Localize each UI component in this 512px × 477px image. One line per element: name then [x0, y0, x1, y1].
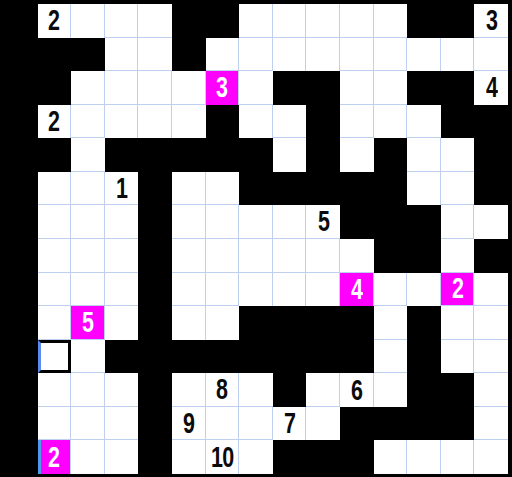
- black-cell-r10c9: [306, 340, 340, 374]
- cell-r3c11[interactable]: [374, 105, 408, 139]
- cell-r0c3[interactable]: [105, 4, 139, 38]
- cell-r1c4[interactable]: [138, 38, 172, 72]
- cell-r8c2[interactable]: [71, 273, 105, 307]
- cell-r13c3[interactable]: [105, 440, 139, 474]
- cell-r8c12[interactable]: [407, 273, 441, 307]
- cell-r13c5[interactable]: [172, 440, 206, 474]
- cell-r12c6[interactable]: [206, 407, 240, 441]
- black-cell-r0c0: [4, 4, 38, 38]
- black-cell-r9c12: [407, 306, 441, 340]
- cell-r10c13[interactable]: [441, 340, 475, 374]
- puzzle-grid: 23342154258697210: [4, 4, 508, 474]
- clue-number: 5: [318, 207, 329, 236]
- clue-number: 2: [48, 443, 59, 472]
- black-cell-r5c7: [239, 172, 273, 206]
- black-cell-r4c6: [206, 138, 240, 172]
- cell-r7c1[interactable]: [38, 239, 72, 273]
- black-cell-r11c0: [4, 373, 38, 407]
- black-cell-r3c9: [306, 105, 340, 139]
- black-cell-r2c0: [4, 71, 38, 105]
- black-cell-r5c11: [374, 172, 408, 206]
- cell-r6c5[interactable]: [172, 205, 206, 239]
- cell-r12c7[interactable]: [239, 407, 273, 441]
- cell-r12c5[interactable]: 9: [172, 407, 206, 441]
- black-cell-r4c5: [172, 138, 206, 172]
- cell-r6c14[interactable]: [474, 205, 508, 239]
- black-cell-r8c0: [4, 273, 38, 307]
- cell-r7c13[interactable]: [441, 239, 475, 273]
- black-cell-r10c0: [4, 340, 38, 374]
- black-cell-r4c14: [474, 138, 508, 172]
- cell-r10c14[interactable]: [474, 340, 508, 374]
- cell-r8c14[interactable]: [474, 273, 508, 307]
- cell-r11c3[interactable]: [105, 373, 139, 407]
- cell-r6c9[interactable]: 5: [306, 205, 340, 239]
- cell-r12c9[interactable]: [306, 407, 340, 441]
- cell-r3c8[interactable]: [273, 105, 307, 139]
- black-cell-r2c12: [407, 71, 441, 105]
- cell-r12c8[interactable]: 7: [273, 407, 307, 441]
- black-cell-r12c0: [4, 407, 38, 441]
- cell-r8c3[interactable]: [105, 273, 139, 307]
- cell-r9c11[interactable]: [374, 306, 408, 340]
- cell-r7c8[interactable]: [273, 239, 307, 273]
- cell-r13c11[interactable]: [374, 440, 408, 474]
- cell-r13c6[interactable]: 10: [206, 440, 240, 474]
- cell-r7c3[interactable]: [105, 239, 139, 273]
- cell-r10c11[interactable]: [374, 340, 408, 374]
- cell-r3c7[interactable]: [239, 105, 273, 139]
- cell-r2c3[interactable]: [105, 71, 139, 105]
- cell-r8c9[interactable]: [306, 273, 340, 307]
- cell-r6c7[interactable]: [239, 205, 273, 239]
- black-cell-r10c12: [407, 340, 441, 374]
- black-cell-r13c9: [306, 440, 340, 474]
- black-cell-r11c4: [138, 373, 172, 407]
- cell-r5c2[interactable]: [71, 172, 105, 206]
- cell-r3c5[interactable]: [172, 105, 206, 139]
- black-cell-r9c8: [273, 306, 307, 340]
- cell-r4c8[interactable]: [273, 138, 307, 172]
- black-cell-r12c11: [374, 407, 408, 441]
- cell-r8c6[interactable]: [206, 273, 240, 307]
- black-cell-r5c10: [340, 172, 374, 206]
- cell-r0c9[interactable]: [306, 4, 340, 38]
- clue-number: 9: [183, 409, 194, 438]
- cell-r1c8[interactable]: [273, 38, 307, 72]
- clue-number: 7: [283, 409, 294, 438]
- clue-number: 3: [486, 6, 497, 35]
- cell-r10c2[interactable]: [71, 340, 105, 374]
- cell-r5c5[interactable]: [172, 172, 206, 206]
- highlighted-cell-r8c13[interactable]: 2: [441, 273, 475, 307]
- cell-r13c13[interactable]: [441, 440, 475, 474]
- cell-r13c14[interactable]: [474, 440, 508, 474]
- cell-r4c12[interactable]: [407, 138, 441, 172]
- black-cell-r4c9: [306, 138, 340, 172]
- black-cell-r10c6: [206, 340, 240, 374]
- highlighted-cell-r9c2[interactable]: 5: [71, 306, 105, 340]
- cell-r4c10[interactable]: [340, 138, 374, 172]
- clue-number: 2: [48, 107, 59, 136]
- cell-r11c11[interactable]: [374, 373, 408, 407]
- cell-r3c2[interactable]: [71, 105, 105, 139]
- black-cell-r0c5: [172, 4, 206, 38]
- cell-r3c4[interactable]: [138, 105, 172, 139]
- black-cell-r2c8: [273, 71, 307, 105]
- highlighted-cell-r8c10[interactable]: 4: [340, 273, 374, 307]
- black-cell-r7c11: [374, 239, 408, 273]
- black-cell-r11c12: [407, 373, 441, 407]
- cell-r0c11[interactable]: [374, 4, 408, 38]
- cell-r1c12[interactable]: [407, 38, 441, 72]
- black-cell-r4c3: [105, 138, 139, 172]
- black-cell-r4c11: [374, 138, 408, 172]
- black-cell-r13c10: [340, 440, 374, 474]
- black-cell-r5c8: [273, 172, 307, 206]
- clue-number: 3: [216, 73, 227, 102]
- cell-r9c5[interactable]: [172, 306, 206, 340]
- black-cell-r10c5: [172, 340, 206, 374]
- cell-r6c6[interactable]: [206, 205, 240, 239]
- black-cell-r2c13: [441, 71, 475, 105]
- black-cell-r3c13: [441, 105, 475, 139]
- black-cell-r1c5: [172, 38, 206, 72]
- cell-r5c12[interactable]: [407, 172, 441, 206]
- cell-r3c3[interactable]: [105, 105, 139, 139]
- cell-r7c10[interactable]: [340, 239, 374, 273]
- cell-r8c1[interactable]: [38, 273, 72, 307]
- cell-r6c8[interactable]: [273, 205, 307, 239]
- cell-r0c7[interactable]: [239, 4, 273, 38]
- black-cell-r6c4: [138, 205, 172, 239]
- cell-r2c14[interactable]: 4: [474, 71, 508, 105]
- cell-r2c10[interactable]: [340, 71, 374, 105]
- cell-r6c2[interactable]: [71, 205, 105, 239]
- clue-number: 8: [216, 375, 227, 404]
- clue-number: 4: [351, 275, 362, 304]
- cell-r2c7[interactable]: [239, 71, 273, 105]
- highlighted-cell-r13c1[interactable]: 2: [38, 440, 72, 474]
- cell-r7c7[interactable]: [239, 239, 273, 273]
- cell-r9c14[interactable]: [474, 306, 508, 340]
- black-cell-r1c2: [71, 38, 105, 72]
- black-cell-r5c0: [4, 172, 38, 206]
- cell-r1c7[interactable]: [239, 38, 273, 72]
- cell-r11c9[interactable]: [306, 373, 340, 407]
- cell-r8c11[interactable]: [374, 273, 408, 307]
- cell-r0c10[interactable]: [340, 4, 374, 38]
- cell-r13c7[interactable]: [239, 440, 273, 474]
- clue-number: 1: [116, 174, 127, 203]
- cell-r8c8[interactable]: [273, 273, 307, 307]
- cell-r12c3[interactable]: [105, 407, 139, 441]
- cell-r6c3[interactable]: [105, 205, 139, 239]
- black-cell-r5c4: [138, 172, 172, 206]
- black-cell-r2c1: [38, 71, 72, 105]
- black-cell-r10c10: [340, 340, 374, 374]
- black-cell-r1c0: [4, 38, 38, 72]
- cell-r1c9[interactable]: [306, 38, 340, 72]
- clue-number: 2: [48, 6, 59, 35]
- cell-r2c2[interactable]: [71, 71, 105, 105]
- cell-r1c6[interactable]: [206, 38, 240, 72]
- selected-cell-r10c1[interactable]: [38, 340, 72, 374]
- cell-r0c4[interactable]: [138, 4, 172, 38]
- cell-r11c6[interactable]: 8: [206, 373, 240, 407]
- cell-r3c10[interactable]: [340, 105, 374, 139]
- cell-r0c2[interactable]: [71, 4, 105, 38]
- black-cell-r10c4: [138, 340, 172, 374]
- cell-r8c5[interactable]: [172, 273, 206, 307]
- black-cell-r11c13: [441, 373, 475, 407]
- cell-r4c13[interactable]: [441, 138, 475, 172]
- black-cell-r5c9: [306, 172, 340, 206]
- black-cell-r9c9: [306, 306, 340, 340]
- clue-number: 2: [451, 274, 462, 303]
- cell-r9c1[interactable]: [38, 306, 72, 340]
- black-cell-r13c8: [273, 440, 307, 474]
- cell-r6c13[interactable]: [441, 205, 475, 239]
- cell-r7c5[interactable]: [172, 239, 206, 273]
- cell-r12c1[interactable]: [38, 407, 72, 441]
- cell-r8c7[interactable]: [239, 273, 273, 307]
- black-cell-r7c14: [474, 239, 508, 273]
- black-cell-r13c0: [4, 440, 38, 474]
- cell-r4c2[interactable]: [71, 138, 105, 172]
- cell-r0c8[interactable]: [273, 4, 307, 38]
- cell-r5c13[interactable]: [441, 172, 475, 206]
- black-cell-r12c4: [138, 407, 172, 441]
- black-cell-r4c4: [138, 138, 172, 172]
- clue-number: 6: [351, 376, 362, 405]
- cell-r5c1[interactable]: [38, 172, 72, 206]
- cell-r11c10[interactable]: 6: [340, 373, 374, 407]
- cell-r1c14[interactable]: [474, 38, 508, 72]
- black-cell-r4c0: [4, 138, 38, 172]
- clue-number: 10: [211, 443, 233, 472]
- black-cell-r9c0: [4, 306, 38, 340]
- black-cell-r9c10: [340, 306, 374, 340]
- cell-r1c11[interactable]: [374, 38, 408, 72]
- black-cell-r13c4: [138, 440, 172, 474]
- cell-r11c7[interactable]: [239, 373, 273, 407]
- black-cell-r11c8: [273, 373, 307, 407]
- clue-number: 5: [82, 308, 93, 337]
- cell-r2c4[interactable]: [138, 71, 172, 105]
- cell-r9c13[interactable]: [441, 306, 475, 340]
- cell-r3c12[interactable]: [407, 105, 441, 139]
- black-cell-r6c11: [374, 205, 408, 239]
- black-cell-r9c4: [138, 306, 172, 340]
- cell-r11c2[interactable]: [71, 373, 105, 407]
- black-cell-r4c7: [239, 138, 273, 172]
- black-cell-r6c12: [407, 205, 441, 239]
- cell-r1c13[interactable]: [441, 38, 475, 72]
- cell-r3c1[interactable]: 2: [38, 105, 72, 139]
- cell-r11c14[interactable]: [474, 373, 508, 407]
- black-cell-r10c3: [105, 340, 139, 374]
- black-cell-r3c14: [474, 105, 508, 139]
- cell-r7c2[interactable]: [71, 239, 105, 273]
- black-cell-r0c6: [206, 4, 240, 38]
- cell-r11c1[interactable]: [38, 373, 72, 407]
- cell-r12c14[interactable]: [474, 407, 508, 441]
- black-cell-r10c8: [273, 340, 307, 374]
- black-cell-r0c12: [407, 4, 441, 38]
- cell-r13c12[interactable]: [407, 440, 441, 474]
- cell-r1c10[interactable]: [340, 38, 374, 72]
- cell-r9c6[interactable]: [206, 306, 240, 340]
- black-cell-r10c7: [239, 340, 273, 374]
- cell-r7c9[interactable]: [306, 239, 340, 273]
- cell-r2c11[interactable]: [374, 71, 408, 105]
- highlighted-cell-r2c6[interactable]: 3: [206, 71, 240, 105]
- black-cell-r12c10: [340, 407, 374, 441]
- cell-r11c5[interactable]: [172, 373, 206, 407]
- cell-r0c1[interactable]: 2: [38, 4, 72, 38]
- cell-r1c3[interactable]: [105, 38, 139, 72]
- cell-r5c6[interactable]: [206, 172, 240, 206]
- black-cell-r8c4: [138, 273, 172, 307]
- black-cell-r6c10: [340, 205, 374, 239]
- cell-r2c5[interactable]: [172, 71, 206, 105]
- black-cell-r5c14: [474, 172, 508, 206]
- cell-r6c1[interactable]: [38, 205, 72, 239]
- black-cell-r0c13: [441, 4, 475, 38]
- cell-r13c2[interactable]: [71, 440, 105, 474]
- black-cell-r7c4: [138, 239, 172, 273]
- clue-number: 4: [486, 73, 497, 102]
- cell-r0c14[interactable]: 3: [474, 4, 508, 38]
- puzzle-board: 23342154258697210: [0, 0, 512, 477]
- cell-r12c2[interactable]: [71, 407, 105, 441]
- black-cell-r6c0: [4, 205, 38, 239]
- black-cell-r3c0: [4, 105, 38, 139]
- cell-r5c3[interactable]: 1: [105, 172, 139, 206]
- black-cell-r2c9: [306, 71, 340, 105]
- cell-r9c3[interactable]: [105, 306, 139, 340]
- black-cell-r7c12: [407, 239, 441, 273]
- black-cell-r9c7: [239, 306, 273, 340]
- black-cell-r4c1: [38, 138, 72, 172]
- cell-r7c6[interactable]: [206, 239, 240, 273]
- black-cell-r7c0: [4, 239, 38, 273]
- black-cell-r12c13: [441, 407, 475, 441]
- black-cell-r1c1: [38, 38, 72, 72]
- black-cell-r12c12: [407, 407, 441, 441]
- black-cell-r3c6: [206, 105, 240, 139]
